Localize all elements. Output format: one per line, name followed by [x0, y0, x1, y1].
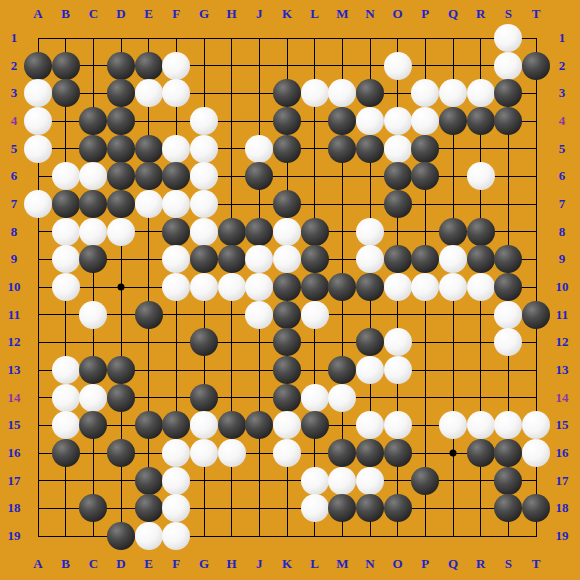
- white-stone-O12[interactable]: [384, 328, 412, 356]
- black-stone-F8[interactable]: [162, 218, 190, 246]
- white-stone-B14[interactable]: [52, 384, 80, 412]
- coord-label-top: G: [199, 6, 209, 22]
- black-stone-S3[interactable]: [494, 79, 522, 107]
- black-stone-O16[interactable]: [384, 439, 412, 467]
- black-stone-N12[interactable]: [356, 328, 384, 356]
- coord-label-left: 17: [8, 473, 21, 489]
- coord-label-left: 19: [8, 528, 21, 544]
- coord-label-top: Q: [448, 6, 458, 22]
- black-stone-D13[interactable]: [107, 356, 135, 384]
- black-stone-K10[interactable]: [273, 273, 301, 301]
- white-stone-Q3[interactable]: [439, 79, 467, 107]
- star-point: [450, 450, 457, 457]
- black-stone-P9[interactable]: [411, 245, 439, 273]
- white-stone-F9[interactable]: [162, 245, 190, 273]
- black-stone-H8[interactable]: [218, 218, 246, 246]
- black-stone-D19[interactable]: [107, 522, 135, 550]
- white-stone-B15[interactable]: [52, 411, 80, 439]
- white-stone-N9[interactable]: [356, 245, 384, 273]
- coord-label-top: J: [256, 6, 263, 22]
- coord-label-left: 8: [11, 224, 18, 240]
- black-stone-R8[interactable]: [467, 218, 495, 246]
- black-stone-N5[interactable]: [356, 135, 384, 163]
- black-stone-R4[interactable]: [467, 107, 495, 135]
- white-stone-G4[interactable]: [190, 107, 218, 135]
- black-stone-L8[interactable]: [301, 218, 329, 246]
- coord-label-top: T: [532, 6, 541, 22]
- white-stone-O15[interactable]: [384, 411, 412, 439]
- black-stone-H9[interactable]: [218, 245, 246, 273]
- coord-label-right: 11: [556, 307, 568, 323]
- white-stone-O2[interactable]: [384, 52, 412, 80]
- white-stone-J9[interactable]: [245, 245, 273, 273]
- coord-label-bottom: F: [172, 556, 180, 572]
- coord-label-right: 2: [559, 58, 566, 74]
- coord-label-top: P: [421, 6, 429, 22]
- coord-label-right: 14: [556, 390, 569, 406]
- grid-line-horizontal: [38, 508, 537, 509]
- coord-label-top: M: [336, 6, 348, 22]
- black-stone-P17[interactable]: [411, 467, 439, 495]
- white-stone-A5[interactable]: [24, 135, 52, 163]
- black-stone-E17[interactable]: [135, 467, 163, 495]
- white-stone-A7[interactable]: [24, 190, 52, 218]
- black-stone-N18[interactable]: [356, 494, 384, 522]
- black-stone-P6[interactable]: [411, 162, 439, 190]
- black-stone-E6[interactable]: [135, 162, 163, 190]
- white-stone-F7[interactable]: [162, 190, 190, 218]
- white-stone-M3[interactable]: [328, 79, 356, 107]
- white-stone-L18[interactable]: [301, 494, 329, 522]
- white-stone-D8[interactable]: [107, 218, 135, 246]
- coord-label-bottom: G: [199, 556, 209, 572]
- black-stone-B16[interactable]: [52, 439, 80, 467]
- coord-label-left: 7: [11, 196, 18, 212]
- coord-label-right: 18: [556, 500, 569, 516]
- coord-label-right: 16: [556, 445, 569, 461]
- coord-label-right: 8: [559, 224, 566, 240]
- black-stone-Q8[interactable]: [439, 218, 467, 246]
- black-stone-O9[interactable]: [384, 245, 412, 273]
- black-stone-B2[interactable]: [52, 52, 80, 80]
- white-stone-S1[interactable]: [494, 24, 522, 52]
- white-stone-H10[interactable]: [218, 273, 246, 301]
- black-stone-D6[interactable]: [107, 162, 135, 190]
- white-stone-M14[interactable]: [328, 384, 356, 412]
- black-stone-B7[interactable]: [52, 190, 80, 218]
- black-stone-S16[interactable]: [494, 439, 522, 467]
- black-stone-L9[interactable]: [301, 245, 329, 273]
- white-stone-G15[interactable]: [190, 411, 218, 439]
- black-stone-D7[interactable]: [107, 190, 135, 218]
- white-stone-N8[interactable]: [356, 218, 384, 246]
- white-stone-J5[interactable]: [245, 135, 273, 163]
- black-stone-C9[interactable]: [79, 245, 107, 273]
- white-stone-K16[interactable]: [273, 439, 301, 467]
- coord-label-right: 4: [559, 113, 566, 129]
- black-stone-L15[interactable]: [301, 411, 329, 439]
- white-stone-R3[interactable]: [467, 79, 495, 107]
- coord-label-right: 7: [559, 196, 566, 212]
- black-stone-C4[interactable]: [79, 107, 107, 135]
- black-stone-Q4[interactable]: [439, 107, 467, 135]
- white-stone-T15[interactable]: [522, 411, 550, 439]
- white-stone-F2[interactable]: [162, 52, 190, 80]
- white-stone-K8[interactable]: [273, 218, 301, 246]
- coord-label-top: N: [365, 6, 374, 22]
- black-stone-O18[interactable]: [384, 494, 412, 522]
- coord-label-top: S: [505, 6, 512, 22]
- coord-label-bottom: K: [282, 556, 292, 572]
- white-stone-Q9[interactable]: [439, 245, 467, 273]
- black-stone-K4[interactable]: [273, 107, 301, 135]
- coord-label-left: 1: [11, 30, 18, 46]
- coord-label-right: 13: [556, 362, 569, 378]
- black-stone-D16[interactable]: [107, 439, 135, 467]
- white-stone-S11[interactable]: [494, 301, 522, 329]
- black-stone-C15[interactable]: [79, 411, 107, 439]
- star-point: [118, 284, 125, 291]
- coord-label-top: C: [89, 6, 98, 22]
- coord-label-right: 15: [556, 417, 569, 433]
- white-stone-F3[interactable]: [162, 79, 190, 107]
- black-stone-E2[interactable]: [135, 52, 163, 80]
- white-stone-P10[interactable]: [411, 273, 439, 301]
- coord-label-top: E: [144, 6, 153, 22]
- coord-label-right: 3: [559, 85, 566, 101]
- black-stone-A2[interactable]: [24, 52, 52, 80]
- white-stone-S2[interactable]: [494, 52, 522, 80]
- black-stone-K13[interactable]: [273, 356, 301, 384]
- black-stone-D4[interactable]: [107, 107, 135, 135]
- white-stone-A3[interactable]: [24, 79, 52, 107]
- black-stone-M13[interactable]: [328, 356, 356, 384]
- white-stone-E7[interactable]: [135, 190, 163, 218]
- black-stone-M10[interactable]: [328, 273, 356, 301]
- coord-label-right: 9: [559, 251, 566, 267]
- coord-label-top: R: [476, 6, 485, 22]
- coord-label-left: 10: [8, 279, 21, 295]
- coord-label-left: 18: [8, 500, 21, 516]
- white-stone-K15[interactable]: [273, 411, 301, 439]
- coord-label-left: 16: [8, 445, 21, 461]
- white-stone-G7[interactable]: [190, 190, 218, 218]
- coord-label-left: 14: [8, 390, 21, 406]
- white-stone-C8[interactable]: [79, 218, 107, 246]
- grid-line-horizontal: [38, 480, 537, 481]
- black-stone-D3[interactable]: [107, 79, 135, 107]
- black-stone-C13[interactable]: [79, 356, 107, 384]
- black-stone-N10[interactable]: [356, 273, 384, 301]
- white-stone-K9[interactable]: [273, 245, 301, 273]
- white-stone-C11[interactable]: [79, 301, 107, 329]
- coord-label-right: 17: [556, 473, 569, 489]
- black-stone-E15[interactable]: [135, 411, 163, 439]
- white-stone-P3[interactable]: [411, 79, 439, 107]
- coord-label-right: 6: [559, 168, 566, 184]
- black-stone-K12[interactable]: [273, 328, 301, 356]
- go-board: ABCDEFGHJKLMNOPQRSTABCDEFGHJKLMNOPQRST12…: [0, 0, 580, 580]
- white-stone-R15[interactable]: [467, 411, 495, 439]
- coord-label-bottom: D: [116, 556, 125, 572]
- coord-label-left: 15: [8, 417, 21, 433]
- black-stone-M18[interactable]: [328, 494, 356, 522]
- white-stone-T16[interactable]: [522, 439, 550, 467]
- black-stone-K11[interactable]: [273, 301, 301, 329]
- black-stone-J15[interactable]: [245, 411, 273, 439]
- black-stone-D2[interactable]: [107, 52, 135, 80]
- white-stone-S12[interactable]: [494, 328, 522, 356]
- white-stone-F17[interactable]: [162, 467, 190, 495]
- black-stone-C18[interactable]: [79, 494, 107, 522]
- black-stone-K5[interactable]: [273, 135, 301, 163]
- coord-label-bottom: P: [421, 556, 429, 572]
- coord-label-bottom: B: [61, 556, 70, 572]
- white-stone-M17[interactable]: [328, 467, 356, 495]
- coord-label-left: 3: [11, 85, 18, 101]
- black-stone-J6[interactable]: [245, 162, 273, 190]
- coord-label-top: O: [393, 6, 403, 22]
- black-stone-E18[interactable]: [135, 494, 163, 522]
- black-stone-G9[interactable]: [190, 245, 218, 273]
- white-stone-F19[interactable]: [162, 522, 190, 550]
- black-stone-C5[interactable]: [79, 135, 107, 163]
- coord-label-bottom: J: [256, 556, 263, 572]
- black-stone-G12[interactable]: [190, 328, 218, 356]
- coord-label-right: 12: [556, 334, 569, 350]
- coord-label-bottom: R: [476, 556, 485, 572]
- black-stone-M5[interactable]: [328, 135, 356, 163]
- white-stone-B9[interactable]: [52, 245, 80, 273]
- white-stone-Q15[interactable]: [439, 411, 467, 439]
- coord-label-right: 1: [559, 30, 566, 46]
- white-stone-G16[interactable]: [190, 439, 218, 467]
- white-stone-N15[interactable]: [356, 411, 384, 439]
- white-stone-F5[interactable]: [162, 135, 190, 163]
- black-stone-S4[interactable]: [494, 107, 522, 135]
- white-stone-O10[interactable]: [384, 273, 412, 301]
- black-stone-D5[interactable]: [107, 135, 135, 163]
- black-stone-M4[interactable]: [328, 107, 356, 135]
- coord-label-bottom: H: [227, 556, 237, 572]
- white-stone-G5[interactable]: [190, 135, 218, 163]
- coord-label-right: 19: [556, 528, 569, 544]
- coord-label-bottom: C: [89, 556, 98, 572]
- white-stone-B8[interactable]: [52, 218, 80, 246]
- white-stone-N4[interactable]: [356, 107, 384, 135]
- coord-label-bottom: E: [144, 556, 153, 572]
- white-stone-S15[interactable]: [494, 411, 522, 439]
- black-stone-T18[interactable]: [522, 494, 550, 522]
- black-stone-T2[interactable]: [522, 52, 550, 80]
- black-stone-S17[interactable]: [494, 467, 522, 495]
- black-stone-E5[interactable]: [135, 135, 163, 163]
- coord-label-top: K: [282, 6, 292, 22]
- white-stone-G6[interactable]: [190, 162, 218, 190]
- black-stone-D14[interactable]: [107, 384, 135, 412]
- coord-label-left: 11: [8, 307, 20, 323]
- black-stone-C7[interactable]: [79, 190, 107, 218]
- black-stone-L10[interactable]: [301, 273, 329, 301]
- white-stone-F16[interactable]: [162, 439, 190, 467]
- white-stone-F18[interactable]: [162, 494, 190, 522]
- white-stone-O4[interactable]: [384, 107, 412, 135]
- white-stone-L17[interactable]: [301, 467, 329, 495]
- black-stone-S9[interactable]: [494, 245, 522, 273]
- black-stone-B3[interactable]: [52, 79, 80, 107]
- white-stone-O5[interactable]: [384, 135, 412, 163]
- white-stone-G10[interactable]: [190, 273, 218, 301]
- coord-label-left: 13: [8, 362, 21, 378]
- coord-label-left: 5: [11, 141, 18, 157]
- coord-label-top: F: [172, 6, 180, 22]
- black-stone-T11[interactable]: [522, 301, 550, 329]
- white-stone-B6[interactable]: [52, 162, 80, 190]
- black-stone-G14[interactable]: [190, 384, 218, 412]
- black-stone-S18[interactable]: [494, 494, 522, 522]
- white-stone-N13[interactable]: [356, 356, 384, 384]
- coord-label-bottom: Q: [448, 556, 458, 572]
- black-stone-R9[interactable]: [467, 245, 495, 273]
- black-stone-H15[interactable]: [218, 411, 246, 439]
- coord-label-right: 5: [559, 141, 566, 157]
- black-stone-P5[interactable]: [411, 135, 439, 163]
- white-stone-A4[interactable]: [24, 107, 52, 135]
- coord-label-left: 4: [11, 113, 18, 129]
- black-stone-F6[interactable]: [162, 162, 190, 190]
- coord-label-bottom: T: [532, 556, 541, 572]
- white-stone-L14[interactable]: [301, 384, 329, 412]
- black-stone-M16[interactable]: [328, 439, 356, 467]
- black-stone-E11[interactable]: [135, 301, 163, 329]
- coord-label-bottom: A: [33, 556, 42, 572]
- white-stone-G8[interactable]: [190, 218, 218, 246]
- white-stone-L3[interactable]: [301, 79, 329, 107]
- coord-label-left: 12: [8, 334, 21, 350]
- coord-label-top: B: [61, 6, 70, 22]
- black-stone-N16[interactable]: [356, 439, 384, 467]
- black-stone-J8[interactable]: [245, 218, 273, 246]
- black-stone-R16[interactable]: [467, 439, 495, 467]
- coord-label-bottom: M: [336, 556, 348, 572]
- white-stone-H16[interactable]: [218, 439, 246, 467]
- black-stone-N3[interactable]: [356, 79, 384, 107]
- coord-label-left: 6: [11, 168, 18, 184]
- white-stone-J10[interactable]: [245, 273, 273, 301]
- white-stone-C14[interactable]: [79, 384, 107, 412]
- coord-label-right: 10: [556, 279, 569, 295]
- black-stone-O7[interactable]: [384, 190, 412, 218]
- coord-label-top: A: [33, 6, 42, 22]
- white-stone-B13[interactable]: [52, 356, 80, 384]
- grid-line-vertical: [148, 38, 149, 537]
- white-stone-E3[interactable]: [135, 79, 163, 107]
- coord-label-top: D: [116, 6, 125, 22]
- white-stone-B10[interactable]: [52, 273, 80, 301]
- coord-label-left: 9: [11, 251, 18, 267]
- black-stone-K3[interactable]: [273, 79, 301, 107]
- coord-label-bottom: O: [393, 556, 403, 572]
- coord-label-bottom: N: [365, 556, 374, 572]
- white-stone-Q10[interactable]: [439, 273, 467, 301]
- white-stone-N17[interactable]: [356, 467, 384, 495]
- white-stone-J11[interactable]: [245, 301, 273, 329]
- coord-label-bottom: L: [310, 556, 319, 572]
- black-stone-O6[interactable]: [384, 162, 412, 190]
- white-stone-P4[interactable]: [411, 107, 439, 135]
- black-stone-S10[interactable]: [494, 273, 522, 301]
- white-stone-O13[interactable]: [384, 356, 412, 384]
- black-stone-F15[interactable]: [162, 411, 190, 439]
- white-stone-R10[interactable]: [467, 273, 495, 301]
- white-stone-R6[interactable]: [467, 162, 495, 190]
- white-stone-C6[interactable]: [79, 162, 107, 190]
- white-stone-L11[interactable]: [301, 301, 329, 329]
- grid-line-horizontal: [38, 38, 537, 39]
- coord-label-top: L: [310, 6, 319, 22]
- coord-label-bottom: S: [505, 556, 512, 572]
- black-stone-K7[interactable]: [273, 190, 301, 218]
- white-stone-F10[interactable]: [162, 273, 190, 301]
- coord-label-left: 2: [11, 58, 18, 74]
- black-stone-K14[interactable]: [273, 384, 301, 412]
- white-stone-E19[interactable]: [135, 522, 163, 550]
- coord-label-top: H: [227, 6, 237, 22]
